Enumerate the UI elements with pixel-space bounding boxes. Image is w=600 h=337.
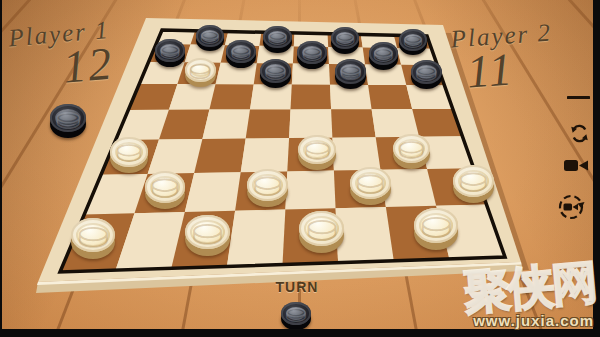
- board-square[interactable]: [334, 170, 386, 208]
- board-square[interactable]: [285, 171, 335, 210]
- board-square[interactable]: [328, 47, 365, 64]
- board-square[interactable]: [250, 85, 292, 110]
- player1-score: 12: [61, 44, 114, 88]
- board-square[interactable]: [331, 109, 376, 138]
- board-square[interactable]: [185, 45, 225, 63]
- board-square[interactable]: [216, 63, 257, 85]
- board-square[interactable]: [372, 109, 420, 137]
- board-square[interactable]: [287, 138, 334, 172]
- turn-label: TURN: [237, 279, 357, 295]
- board-square[interactable]: [291, 85, 332, 110]
- player2-panel: Player 2 11: [450, 19, 556, 94]
- board-square[interactable]: [209, 84, 253, 109]
- player1-panel: Player 1 12: [7, 16, 115, 93]
- board-square[interactable]: [329, 64, 368, 85]
- board-square[interactable]: [246, 109, 291, 138]
- screen-edge-left: [0, 0, 2, 337]
- board-square[interactable]: [241, 138, 289, 172]
- board-square[interactable]: [365, 64, 406, 85]
- board-square[interactable]: [194, 139, 246, 174]
- board-square[interactable]: [336, 207, 394, 263]
- board-square[interactable]: [221, 45, 260, 63]
- game-screen: ⛂⛂⛂⛂⛂⛂⛂⛂⛀⛂⛂⛂⛀⛀⛀⛀⛀⛀⛀⛀⛀⛀⛀⛂⛂ Player 1 12 Pl…: [0, 0, 600, 337]
- board-square[interactable]: [376, 137, 427, 170]
- board-square[interactable]: [292, 64, 330, 85]
- screen-edge-bottom: [0, 329, 600, 337]
- board-square[interactable]: [254, 63, 293, 84]
- board-square[interactable]: [185, 172, 241, 212]
- board-square[interactable]: [293, 46, 329, 64]
- board-square[interactable]: [368, 85, 412, 109]
- board-square[interactable]: [332, 137, 380, 170]
- board-square[interactable]: [177, 62, 220, 84]
- board-square[interactable]: [227, 209, 286, 266]
- board-square[interactable]: [289, 109, 332, 138]
- board-square[interactable]: [235, 171, 287, 210]
- board-square[interactable]: [363, 48, 402, 65]
- turn-indicator: TURN: [237, 279, 357, 295]
- screen-edge-right: [593, 0, 600, 337]
- board-square[interactable]: [202, 110, 250, 140]
- board-square[interactable]: [381, 169, 437, 207]
- board-square[interactable]: [330, 85, 372, 110]
- board-square[interactable]: [257, 46, 294, 64]
- board-square[interactable]: [283, 208, 339, 264]
- player2-score: 11: [466, 46, 556, 92]
